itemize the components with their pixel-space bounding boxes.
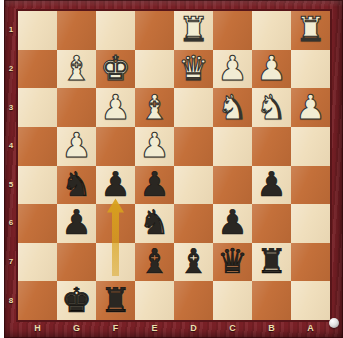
square-e3[interactable]: ♝ [135, 88, 174, 127]
black-rook[interactable]: ♜ [100, 281, 130, 319]
square-a5[interactable] [291, 166, 330, 205]
square-g5[interactable]: ♞ [57, 166, 96, 205]
square-h1[interactable] [18, 11, 57, 50]
black-pawn[interactable]: ♟ [256, 165, 286, 203]
square-g2[interactable]: ♝ [57, 50, 96, 89]
white-pawn[interactable]: ♟ [295, 88, 325, 126]
white-bishop[interactable]: ♝ [139, 88, 169, 126]
square-c5[interactable] [213, 166, 252, 205]
square-d5[interactable] [174, 166, 213, 205]
rank-label-2: 2 [4, 64, 18, 74]
black-pawn[interactable]: ♟ [100, 165, 130, 203]
chess-diagram: ♜♜♝♚♛♟♟♟♝♞♞♟♟♟♞♟♟♟♟♞♟♝♝♛♜♚♜ 12345678HGFE… [0, 0, 343, 338]
black-king[interactable]: ♚ [61, 281, 91, 319]
square-f7[interactable] [96, 243, 135, 282]
square-f8[interactable]: ♜ [96, 281, 135, 320]
black-rook[interactable]: ♜ [256, 242, 286, 280]
square-f1[interactable] [96, 11, 135, 50]
rank-label-7: 7 [4, 257, 18, 267]
white-pawn[interactable]: ♟ [61, 126, 91, 164]
square-d1[interactable]: ♜ [174, 11, 213, 50]
black-knight[interactable]: ♞ [139, 203, 169, 241]
square-c1[interactable] [213, 11, 252, 50]
black-bishop[interactable]: ♝ [178, 242, 208, 280]
square-a2[interactable] [291, 50, 330, 89]
square-h7[interactable] [18, 243, 57, 282]
square-g1[interactable] [57, 11, 96, 50]
file-label-a: A [291, 322, 330, 334]
square-d3[interactable] [174, 88, 213, 127]
square-h4[interactable] [18, 127, 57, 166]
rank-label-3: 3 [4, 103, 18, 113]
file-label-h: H [18, 322, 57, 334]
square-h6[interactable] [18, 204, 57, 243]
file-label-b: B [252, 322, 291, 334]
square-e2[interactable] [135, 50, 174, 89]
square-h2[interactable] [18, 50, 57, 89]
white-king[interactable]: ♚ [100, 49, 130, 87]
square-c7[interactable]: ♛ [213, 243, 252, 282]
file-label-g: G [57, 322, 96, 334]
white-pawn[interactable]: ♟ [100, 88, 130, 126]
square-f5[interactable]: ♟ [96, 166, 135, 205]
white-knight[interactable]: ♞ [256, 88, 286, 126]
board-frame: ♜♜♝♚♛♟♟♟♝♞♞♟♟♟♞♟♟♟♟♞♟♝♝♛♜♚♜ 12345678HGFE… [4, 0, 343, 338]
black-pawn[interactable]: ♟ [139, 165, 169, 203]
rank-label-1: 1 [4, 25, 18, 35]
black-pawn[interactable]: ♟ [61, 203, 91, 241]
square-c2[interactable]: ♟ [213, 50, 252, 89]
rank-label-6: 6 [4, 218, 18, 228]
black-pawn[interactable]: ♟ [217, 203, 247, 241]
white-queen[interactable]: ♛ [178, 49, 208, 87]
square-a7[interactable] [291, 243, 330, 282]
white-to-move-indicator [329, 318, 339, 328]
rank-label-5: 5 [4, 180, 18, 190]
square-d4[interactable] [174, 127, 213, 166]
square-c8[interactable] [213, 281, 252, 320]
white-rook[interactable]: ♜ [295, 10, 325, 48]
square-g7[interactable] [57, 243, 96, 282]
square-a6[interactable] [291, 204, 330, 243]
chess-board: ♜♜♝♚♛♟♟♟♝♞♞♟♟♟♞♟♟♟♟♞♟♝♝♛♜♚♜ [18, 11, 330, 320]
file-label-e: E [135, 322, 174, 334]
square-a4[interactable] [291, 127, 330, 166]
white-rook[interactable]: ♜ [178, 10, 208, 48]
square-g6[interactable]: ♟ [57, 204, 96, 243]
square-b5[interactable]: ♟ [252, 166, 291, 205]
black-bishop[interactable]: ♝ [139, 242, 169, 280]
square-e7[interactable]: ♝ [135, 243, 174, 282]
square-d7[interactable]: ♝ [174, 243, 213, 282]
square-b4[interactable] [252, 127, 291, 166]
square-b1[interactable] [252, 11, 291, 50]
square-a3[interactable]: ♟ [291, 88, 330, 127]
rank-label-8: 8 [4, 296, 18, 306]
white-knight[interactable]: ♞ [217, 88, 247, 126]
square-f3[interactable]: ♟ [96, 88, 135, 127]
square-h3[interactable] [18, 88, 57, 127]
square-e6[interactable]: ♞ [135, 204, 174, 243]
square-g4[interactable]: ♟ [57, 127, 96, 166]
square-b2[interactable]: ♟ [252, 50, 291, 89]
square-h5[interactable] [18, 166, 57, 205]
square-a8[interactable] [291, 281, 330, 320]
square-b8[interactable] [252, 281, 291, 320]
square-g8[interactable]: ♚ [57, 281, 96, 320]
white-pawn[interactable]: ♟ [217, 49, 247, 87]
square-f6[interactable] [96, 204, 135, 243]
white-bishop[interactable]: ♝ [61, 49, 91, 87]
square-e1[interactable] [135, 11, 174, 50]
file-label-c: C [213, 322, 252, 334]
square-d6[interactable] [174, 204, 213, 243]
square-c4[interactable] [213, 127, 252, 166]
square-e5[interactable]: ♟ [135, 166, 174, 205]
square-f2[interactable]: ♚ [96, 50, 135, 89]
square-d8[interactable] [174, 281, 213, 320]
square-e4[interactable]: ♟ [135, 127, 174, 166]
white-pawn[interactable]: ♟ [139, 126, 169, 164]
white-pawn[interactable]: ♟ [256, 49, 286, 87]
square-b3[interactable]: ♞ [252, 88, 291, 127]
square-d2[interactable]: ♛ [174, 50, 213, 89]
square-c6[interactable]: ♟ [213, 204, 252, 243]
black-queen[interactable]: ♛ [217, 242, 247, 280]
file-label-d: D [174, 322, 213, 334]
square-g3[interactable] [57, 88, 96, 127]
rank-label-4: 4 [4, 141, 18, 151]
file-label-f: F [96, 322, 135, 334]
black-knight[interactable]: ♞ [61, 165, 91, 203]
square-e8[interactable] [135, 281, 174, 320]
square-h8[interactable] [18, 281, 57, 320]
square-b6[interactable] [252, 204, 291, 243]
square-b7[interactable]: ♜ [252, 243, 291, 282]
square-c3[interactable]: ♞ [213, 88, 252, 127]
square-f4[interactable] [96, 127, 135, 166]
square-a1[interactable]: ♜ [291, 11, 330, 50]
